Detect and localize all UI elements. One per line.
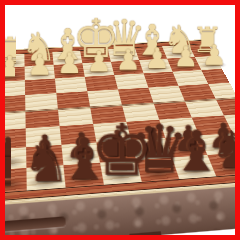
black-rook: ♜ — [5, 143, 29, 191]
box-latch — [5, 216, 65, 231]
chess-board: ♜♞♝♚♛♝♞♜♟♟♟♟♟♟♟♟♟♟♟♟♟♟♟♟♜♞♝♚♛♝♞♜ — [5, 38, 235, 206]
black-knight: ♞ — [22, 136, 69, 189]
piece-cell — [25, 109, 59, 128]
box-foot — [129, 231, 161, 235]
piece-cell: ♞ — [26, 165, 65, 190]
scene: ♜♞♝♚♛♝♞♜♟♟♟♟♟♟♟♟♟♟♟♟♟♟♟♟♜♞♝♚♛♝♞♜ — [5, 5, 235, 235]
product-photo-frame: ♜♞♝♚♛♝♞♜♟♟♟♟♟♟♟♟♟♟♟♟♟♟♟♟♜♞♝♚♛♝♞♜ — [0, 0, 240, 240]
